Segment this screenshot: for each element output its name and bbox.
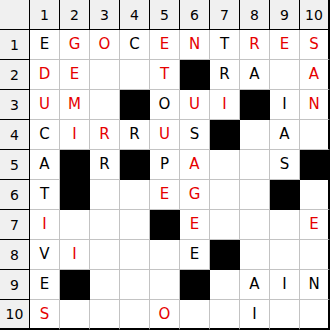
cell-r3c3[interactable] [90,90,120,120]
cell-r1c10[interactable]: S [300,30,330,60]
block-cell-r3c4 [120,90,150,120]
cell-r3c2[interactable]: M [60,90,90,120]
cell-r7c9[interactable] [270,210,300,240]
block-cell-r6c2 [60,180,90,210]
cell-r4c10[interactable] [300,120,330,150]
cell-r7c8[interactable] [240,210,270,240]
corner-cell [0,0,30,30]
cell-r5c8[interactable] [240,150,270,180]
cell-r9c9[interactable]: I [270,270,300,300]
cell-r1c3[interactable]: O [90,30,120,60]
cell-r1c7[interactable]: T [210,30,240,60]
cell-r10c2[interactable] [60,300,90,330]
cell-r8c5[interactable] [150,240,180,270]
cell-r2c7[interactable]: R [210,60,240,90]
row-header-5: 5 [0,150,30,180]
block-cell-r5c4 [120,150,150,180]
cell-r5c3[interactable]: R [90,150,120,180]
cell-r9c5[interactable] [150,270,180,300]
col-header-2: 2 [60,0,90,30]
row-header-1: 1 [0,30,30,60]
block-cell-r4c7 [210,120,240,150]
row-header-8: 8 [0,240,30,270]
row-header-10: 10 [0,300,30,330]
block-cell-r7c5 [150,210,180,240]
cell-r2c8[interactable]: A [240,60,270,90]
cell-r9c4[interactable] [120,270,150,300]
block-cell-r5c10 [300,150,330,180]
cell-r5c9[interactable]: S [270,150,300,180]
cell-r8c4[interactable] [120,240,150,270]
cell-r10c9[interactable] [270,300,300,330]
block-cell-r9c2 [60,270,90,300]
cell-r5c1[interactable]: A [30,150,60,180]
cell-r2c3[interactable] [90,60,120,90]
cell-r1c1[interactable]: E [30,30,60,60]
cell-r4c8[interactable] [240,120,270,150]
cell-r8c3[interactable] [90,240,120,270]
cell-r9c1[interactable]: E [30,270,60,300]
block-cell-r6c9 [270,180,300,210]
cell-r1c6[interactable]: N [180,30,210,60]
cell-r4c6[interactable]: S [180,120,210,150]
cell-r1c9[interactable]: E [270,30,300,60]
cell-r10c3[interactable] [90,300,120,330]
cell-r3c10[interactable]: N [300,90,330,120]
cell-r7c1[interactable]: I [30,210,60,240]
cell-r5c7[interactable] [210,150,240,180]
cell-r8c8[interactable] [240,240,270,270]
cell-r8c6[interactable]: E [180,240,210,270]
col-header-1: 1 [30,0,60,30]
cell-r2c10[interactable]: A [300,60,330,90]
cell-r6c10[interactable] [300,180,330,210]
row-header-3: 3 [0,90,30,120]
row-header-4: 4 [0,120,30,150]
cell-r6c1[interactable]: T [30,180,60,210]
block-cell-r2c6 [180,60,210,90]
cell-r10c1[interactable]: S [30,300,60,330]
cell-r4c5[interactable]: U [150,120,180,150]
cell-r8c1[interactable]: V [30,240,60,270]
block-cell-r3c8 [240,90,270,120]
cell-r10c8[interactable]: I [240,300,270,330]
cell-r5c6[interactable]: A [180,150,210,180]
cell-r8c9[interactable] [270,240,300,270]
cell-r6c8[interactable] [240,180,270,210]
cell-r2c4[interactable] [120,60,150,90]
cell-r7c6[interactable]: E [180,210,210,240]
col-header-7: 7 [210,0,240,30]
cell-r6c3[interactable] [90,180,120,210]
cell-r4c4[interactable]: R [120,120,150,150]
col-header-3: 3 [90,0,120,30]
block-cell-r9c6 [180,270,210,300]
row-header-2: 2 [0,60,30,90]
cell-r7c10[interactable]: E [300,210,330,240]
cell-r9c10[interactable]: N [300,270,330,300]
cell-r8c10[interactable] [300,240,330,270]
row-header-9: 9 [0,270,30,300]
cell-r6c4[interactable] [120,180,150,210]
cell-r5c5[interactable]: P [150,150,180,180]
cell-r6c7[interactable] [210,180,240,210]
cell-r9c3[interactable] [90,270,120,300]
cell-r3c1[interactable]: U [30,90,60,120]
row-header-7: 7 [0,210,30,240]
cell-r10c6[interactable] [180,300,210,330]
cell-r7c2[interactable] [60,210,90,240]
cell-r2c1[interactable]: D [30,60,60,90]
cell-r10c4[interactable] [120,300,150,330]
cell-r1c5[interactable]: E [150,30,180,60]
row-header-6: 6 [0,180,30,210]
crossword-board: 123456789101EGOCENTRES2DETRAA3UMOUIIN4CI… [0,0,330,330]
cell-r6c6[interactable]: G [180,180,210,210]
cell-r7c4[interactable] [120,210,150,240]
cell-r2c5[interactable]: T [150,60,180,90]
col-header-5: 5 [150,0,180,30]
cell-r7c7[interactable] [210,210,240,240]
col-header-9: 9 [270,0,300,30]
col-header-6: 6 [180,0,210,30]
cell-r10c5[interactable]: O [150,300,180,330]
cell-r4c3[interactable]: R [90,120,120,150]
cell-r4c2[interactable]: I [60,120,90,150]
cell-r3c6[interactable]: U [180,90,210,120]
cell-r9c8[interactable]: A [240,270,270,300]
cell-r4c1[interactable]: C [30,120,60,150]
cell-r10c10[interactable] [300,300,330,330]
col-header-8: 8 [240,0,270,30]
cell-r9c7[interactable] [210,270,240,300]
block-cell-r8c7 [210,240,240,270]
cell-r3c7[interactable]: I [210,90,240,120]
cell-r6c5[interactable]: E [150,180,180,210]
cell-r10c7[interactable] [210,300,240,330]
cell-r2c9[interactable] [270,60,300,90]
col-header-10: 10 [300,0,330,30]
cell-r3c5[interactable]: O [150,90,180,120]
cell-r7c3[interactable] [90,210,120,240]
cell-r1c2[interactable]: G [60,30,90,60]
cell-r3c9[interactable]: I [270,90,300,120]
block-cell-r5c2 [60,150,90,180]
cell-r1c8[interactable]: R [240,30,270,60]
cell-r2c2[interactable]: E [60,60,90,90]
cell-r8c2[interactable]: I [60,240,90,270]
cell-r4c9[interactable]: A [270,120,300,150]
col-header-4: 4 [120,0,150,30]
cell-r1c4[interactable]: C [120,30,150,60]
